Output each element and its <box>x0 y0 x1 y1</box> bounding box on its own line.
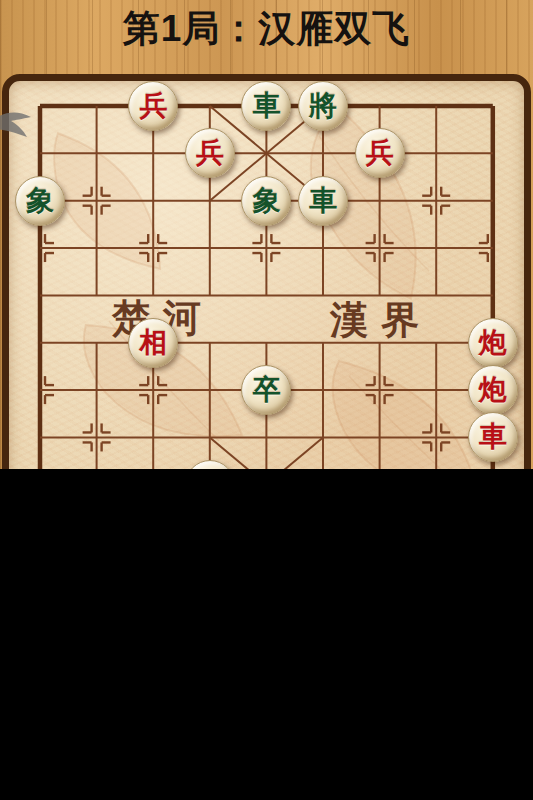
piece-glyph: 兵 <box>139 92 167 120</box>
bird-arrow-icon <box>0 104 35 146</box>
piece-red-車[interactable]: 車 <box>468 412 518 462</box>
piece-black-將[interactable]: 將 <box>298 81 348 131</box>
app-screen: 第1局：汉雁双飞 楚河 漢界 兵車將兵兵象象車相炮卒炮車帥 <box>0 0 533 800</box>
piece-glyph: 相 <box>139 329 167 357</box>
piece-red-炮[interactable]: 炮 <box>468 318 518 368</box>
piece-red-兵[interactable]: 兵 <box>128 81 178 131</box>
piece-black-車[interactable]: 車 <box>298 176 348 226</box>
piece-glyph: 車 <box>479 423 507 451</box>
piece-glyph: 將 <box>309 92 337 120</box>
piece-glyph: 車 <box>252 92 280 120</box>
piece-red-相[interactable]: 相 <box>128 318 178 368</box>
piece-glyph: 象 <box>26 187 54 215</box>
piece-red-兵[interactable]: 兵 <box>185 128 235 178</box>
game-viewport: 第1局：汉雁双飞 楚河 漢界 兵車將兵兵象象車相炮卒炮車帥 <box>0 0 533 469</box>
piece-red-兵[interactable]: 兵 <box>355 128 405 178</box>
piece-glyph: 卒 <box>252 376 280 404</box>
letterbox-bottom <box>0 469 533 800</box>
piece-black-象[interactable]: 象 <box>241 176 291 226</box>
piece-glyph: 象 <box>252 187 280 215</box>
piece-red-炮[interactable]: 炮 <box>468 365 518 415</box>
piece-glyph: 兵 <box>196 139 224 167</box>
piece-glyph: 兵 <box>366 139 394 167</box>
river-label-han-jie: 漢界 <box>330 295 432 346</box>
piece-black-象[interactable]: 象 <box>15 176 65 226</box>
piece-glyph: 炮 <box>479 329 507 357</box>
piece-glyph: 車 <box>309 187 337 215</box>
piece-glyph: 炮 <box>479 376 507 404</box>
